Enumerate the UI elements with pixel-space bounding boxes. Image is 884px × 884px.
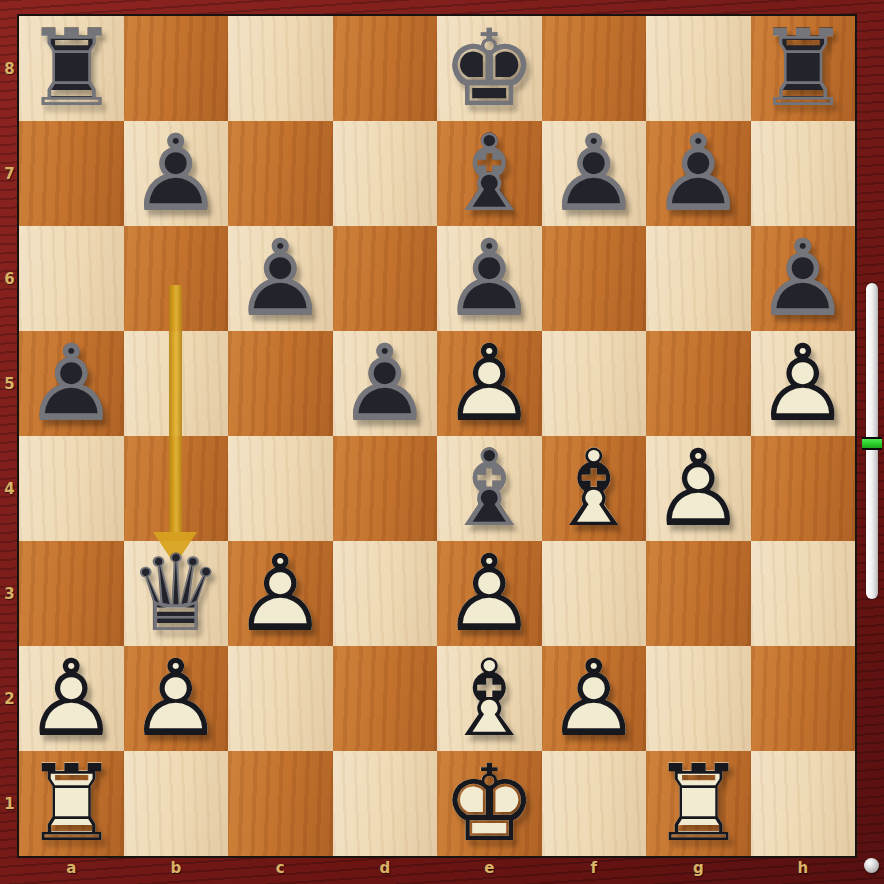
piece-white-pawn[interactable]: ♟♙	[19, 646, 124, 751]
rank-label-7: 7	[0, 121, 19, 226]
square-f1[interactable]	[542, 751, 647, 856]
square-a1[interactable]: ♜♖	[19, 751, 124, 856]
square-b5[interactable]	[124, 331, 229, 436]
file-label-f: f	[542, 858, 647, 878]
square-f8[interactable]	[542, 16, 647, 121]
black-rook-contour: ♖	[751, 16, 856, 121]
square-d5[interactable]: ♟♙	[333, 331, 438, 436]
square-b6[interactable]	[124, 226, 229, 331]
piece-white-pawn[interactable]: ♟♙	[646, 436, 751, 541]
square-c7[interactable]	[228, 121, 333, 226]
black-pawn-contour: ♙	[542, 121, 647, 226]
piece-black-queen[interactable]: ♛♕	[124, 541, 229, 646]
black-king-contour: ♔	[437, 16, 542, 121]
square-e7[interactable]: ♝♗	[437, 121, 542, 226]
corner-ball-indicator	[864, 858, 879, 873]
piece-white-king[interactable]: ♚♔	[437, 751, 542, 856]
square-g5[interactable]	[646, 331, 751, 436]
piece-black-pawn[interactable]: ♟♙	[228, 226, 333, 331]
square-a3[interactable]	[19, 541, 124, 646]
square-e3[interactable]: ♟♙	[437, 541, 542, 646]
square-b7[interactable]: ♟♙	[124, 121, 229, 226]
piece-white-pawn[interactable]: ♟♙	[437, 331, 542, 436]
black-pawn-contour: ♙	[646, 121, 751, 226]
piece-black-bishop[interactable]: ♝♗	[437, 121, 542, 226]
piece-white-pawn[interactable]: ♟♙	[437, 541, 542, 646]
square-a7[interactable]	[19, 121, 124, 226]
square-h7[interactable]	[751, 121, 856, 226]
square-a2[interactable]: ♟♙	[19, 646, 124, 751]
white-rook-contour: ♖	[646, 751, 751, 856]
square-c8[interactable]	[228, 16, 333, 121]
rank-label-1: 1	[0, 751, 19, 856]
piece-black-pawn[interactable]: ♟♙	[542, 121, 647, 226]
piece-white-rook[interactable]: ♜♖	[646, 751, 751, 856]
piece-black-pawn[interactable]: ♟♙	[437, 226, 542, 331]
square-f7[interactable]: ♟♙	[542, 121, 647, 226]
piece-black-pawn[interactable]: ♟♙	[751, 226, 856, 331]
square-c2[interactable]	[228, 646, 333, 751]
square-g7[interactable]: ♟♙	[646, 121, 751, 226]
piece-black-king[interactable]: ♚♔	[437, 16, 542, 121]
black-bishop-contour: ♗	[437, 436, 542, 541]
square-a4[interactable]	[19, 436, 124, 541]
square-a6[interactable]	[19, 226, 124, 331]
white-king-contour: ♔	[437, 751, 542, 856]
piece-white-pawn[interactable]: ♟♙	[124, 646, 229, 751]
square-g3[interactable]	[646, 541, 751, 646]
black-pawn-contour: ♙	[751, 226, 856, 331]
square-f6[interactable]	[542, 226, 647, 331]
square-a8[interactable]: ♜♖	[19, 16, 124, 121]
square-h6[interactable]: ♟♙	[751, 226, 856, 331]
square-c1[interactable]	[228, 751, 333, 856]
rank-label-5: 5	[0, 331, 19, 436]
white-pawn-contour: ♙	[124, 646, 229, 751]
white-pawn-contour: ♙	[437, 541, 542, 646]
square-d8[interactable]	[333, 16, 438, 121]
file-label-h: h	[751, 858, 856, 878]
square-e4[interactable]: ♝♗	[437, 436, 542, 541]
white-pawn-contour: ♙	[228, 541, 333, 646]
piece-white-bishop[interactable]: ♝♗	[542, 436, 647, 541]
piece-black-pawn[interactable]: ♟♙	[124, 121, 229, 226]
square-h1[interactable]	[751, 751, 856, 856]
white-rook-contour: ♖	[19, 751, 124, 856]
black-rook-contour: ♖	[19, 16, 124, 121]
square-b1[interactable]	[124, 751, 229, 856]
square-c4[interactable]	[228, 436, 333, 541]
chess-board: ♜♖♚♔♜♖♟♙♝♗♟♙♟♙♟♙♟♙♟♙♟♙♟♙♟♙♟♙♝♗♝♗♟♙♛♕♟♙♟♙…	[19, 16, 855, 856]
black-pawn-contour: ♙	[437, 226, 542, 331]
slider-position-marker	[862, 437, 882, 450]
white-pawn-contour: ♙	[646, 436, 751, 541]
square-c6[interactable]: ♟♙	[228, 226, 333, 331]
piece-black-pawn[interactable]: ♟♙	[19, 331, 124, 436]
square-b3[interactable]: ♛♕	[124, 541, 229, 646]
square-f4[interactable]: ♝♗	[542, 436, 647, 541]
square-a5[interactable]: ♟♙	[19, 331, 124, 436]
square-c3[interactable]: ♟♙	[228, 541, 333, 646]
piece-black-pawn[interactable]: ♟♙	[333, 331, 438, 436]
piece-white-pawn[interactable]: ♟♙	[228, 541, 333, 646]
square-g8[interactable]	[646, 16, 751, 121]
white-pawn-contour: ♙	[751, 331, 856, 436]
black-pawn-contour: ♙	[124, 121, 229, 226]
file-label-b: b	[124, 858, 229, 878]
rank-label-6: 6	[0, 226, 19, 331]
file-label-d: d	[333, 858, 438, 878]
square-e6[interactable]: ♟♙	[437, 226, 542, 331]
white-pawn-contour: ♙	[19, 646, 124, 751]
square-h3[interactable]	[751, 541, 856, 646]
square-b2[interactable]: ♟♙	[124, 646, 229, 751]
square-d1[interactable]	[333, 751, 438, 856]
rank-label-4: 4	[0, 436, 19, 541]
piece-black-rook[interactable]: ♜♖	[751, 16, 856, 121]
square-g6[interactable]	[646, 226, 751, 331]
white-bishop-contour: ♗	[437, 646, 542, 751]
piece-white-pawn[interactable]: ♟♙	[751, 331, 856, 436]
black-queen-contour: ♕	[124, 541, 229, 646]
black-pawn-contour: ♙	[333, 331, 438, 436]
square-e8[interactable]: ♚♔	[437, 16, 542, 121]
rank-label-8: 8	[0, 16, 19, 121]
square-f2[interactable]: ♟♙	[542, 646, 647, 751]
square-f5[interactable]	[542, 331, 647, 436]
square-e5[interactable]: ♟♙	[437, 331, 542, 436]
square-b4[interactable]	[124, 436, 229, 541]
square-d2[interactable]	[333, 646, 438, 751]
piece-black-rook[interactable]: ♜♖	[19, 16, 124, 121]
piece-white-pawn[interactable]: ♟♙	[542, 646, 647, 751]
board-frame: ♜♖♚♔♜♖♟♙♝♗♟♙♟♙♟♙♟♙♟♙♟♙♟♙♟♙♟♙♝♗♝♗♟♙♛♕♟♙♟♙…	[0, 0, 884, 884]
white-bishop-contour: ♗	[542, 436, 647, 541]
square-e2[interactable]: ♝♗	[437, 646, 542, 751]
square-h5[interactable]: ♟♙	[751, 331, 856, 436]
black-bishop-contour: ♗	[437, 121, 542, 226]
white-pawn-contour: ♙	[437, 331, 542, 436]
square-d6[interactable]	[333, 226, 438, 331]
piece-white-bishop[interactable]: ♝♗	[437, 646, 542, 751]
piece-black-pawn[interactable]: ♟♙	[646, 121, 751, 226]
square-g2[interactable]	[646, 646, 751, 751]
square-g4[interactable]: ♟♙	[646, 436, 751, 541]
file-label-c: c	[228, 858, 333, 878]
square-c5[interactable]	[228, 331, 333, 436]
piece-black-bishop[interactable]: ♝♗	[437, 436, 542, 541]
square-b8[interactable]	[124, 16, 229, 121]
rank-label-2: 2	[0, 646, 19, 751]
square-e1[interactable]: ♚♔	[437, 751, 542, 856]
square-h8[interactable]: ♜♖	[751, 16, 856, 121]
square-d4[interactable]	[333, 436, 438, 541]
black-pawn-contour: ♙	[19, 331, 124, 436]
square-f3[interactable]	[542, 541, 647, 646]
square-g1[interactable]: ♜♖	[646, 751, 751, 856]
square-d7[interactable]	[333, 121, 438, 226]
square-d3[interactable]	[333, 541, 438, 646]
square-h4[interactable]	[751, 436, 856, 541]
black-pawn-contour: ♙	[228, 226, 333, 331]
white-pawn-contour: ♙	[542, 646, 647, 751]
piece-white-rook[interactable]: ♜♖	[19, 751, 124, 856]
rank-label-3: 3	[0, 541, 19, 646]
square-h2[interactable]	[751, 646, 856, 751]
